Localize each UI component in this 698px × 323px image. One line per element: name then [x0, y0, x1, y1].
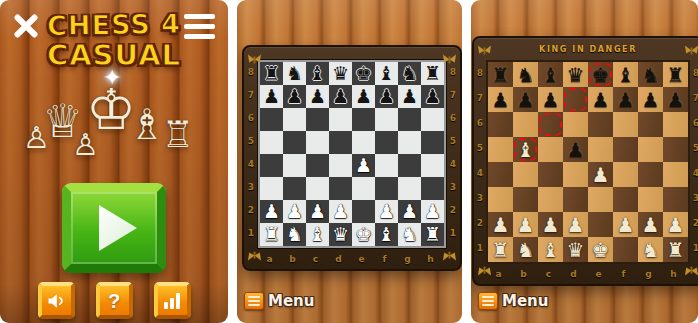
question-mark-icon: ?: [108, 291, 120, 311]
board-grid: ♜♞♝♛♚♝♞♜♟♟♟♟♟♟♟♟♟♟♟♟♟♟♟♟♜♞♝♛♚♝♞♜: [258, 60, 446, 248]
square-b7[interactable]: ♟: [513, 87, 538, 112]
square-b7[interactable]: ♟: [283, 85, 306, 108]
square-g2[interactable]: ♟: [398, 200, 421, 223]
square-f6[interactable]: [375, 108, 398, 131]
decor-white-bishop-icon: ♗: [128, 104, 166, 146]
rank-label-7: 7: [690, 85, 698, 110]
square-a8[interactable]: ♜: [488, 62, 513, 87]
gold-ornament-icon: [477, 41, 492, 52]
square-f8[interactable]: ♝: [375, 62, 398, 85]
square-d6[interactable]: [329, 108, 352, 131]
square-f5[interactable]: [613, 137, 638, 162]
game-title-line1: CHESS 4: [0, 7, 228, 42]
rank-label-5: 5: [690, 135, 698, 160]
file-label-g: g: [636, 264, 661, 284]
gold-ornament-icon: [442, 254, 457, 265]
square-b1[interactable]: ♞: [283, 223, 306, 246]
square-b5[interactable]: [283, 131, 306, 154]
piece-white-rook-h1: ♜: [424, 225, 441, 244]
square-b2[interactable]: ♟: [513, 212, 538, 237]
rank-labels-right: 87654321: [690, 60, 698, 260]
square-f4[interactable]: [613, 162, 638, 187]
square-c8[interactable]: ♝: [306, 62, 329, 85]
piece-black-pawn-d5: ♟: [567, 140, 585, 160]
piece-white-pawn-a2: ♟: [492, 215, 510, 235]
square-g8[interactable]: ♞: [398, 62, 421, 85]
home-bottom-buttons: ?: [0, 282, 228, 319]
square-a8[interactable]: ♜: [260, 62, 283, 85]
piece-white-rook-a1: ♜: [263, 225, 280, 244]
piece-black-queen-d8: ♛: [567, 65, 585, 85]
square-e6[interactable]: [588, 112, 613, 137]
decor-white-pawn-icon: ♙: [72, 130, 99, 160]
rank-label-6: 6: [474, 110, 486, 135]
square-h5[interactable]: [421, 131, 444, 154]
square-h2[interactable]: ♟: [421, 200, 444, 223]
square-c6[interactable]: [538, 112, 563, 137]
piece-black-pawn-f7: ♟: [617, 90, 635, 110]
square-b6[interactable]: [513, 112, 538, 137]
rank-label-7: 7: [446, 83, 460, 106]
square-b1[interactable]: ♞: [513, 237, 538, 262]
rank-label-3: 3: [690, 185, 698, 210]
square-g8[interactable]: ♞: [638, 62, 663, 87]
piece-white-knight-g1: ♞: [401, 225, 418, 244]
square-e8[interactable]: ♚: [588, 62, 613, 87]
square-d1[interactable]: ♛: [563, 237, 588, 262]
square-d4[interactable]: [329, 154, 352, 177]
square-b6[interactable]: [283, 108, 306, 131]
rank-label-1: 1: [690, 235, 698, 260]
rank-label-7: 7: [244, 83, 258, 106]
square-e4[interactable]: ♟: [588, 162, 613, 187]
piece-white-pawn-b2: ♟: [517, 215, 535, 235]
square-d5[interactable]: [329, 131, 352, 154]
piece-white-rook-h1: ♜: [667, 240, 685, 260]
square-h7[interactable]: ♟: [421, 85, 444, 108]
square-g7[interactable]: ♟: [398, 85, 421, 108]
play-button[interactable]: [62, 183, 166, 273]
square-c5[interactable]: [538, 137, 563, 162]
piece-white-pawn-h2: ♟: [424, 202, 441, 221]
square-e6[interactable]: [352, 108, 375, 131]
square-h1[interactable]: ♜: [421, 223, 444, 246]
square-d7[interactable]: [563, 87, 588, 112]
square-g5[interactable]: [638, 137, 663, 162]
rank-label-4: 4: [474, 160, 486, 185]
square-c3[interactable]: [306, 177, 329, 200]
square-h4[interactable]: [663, 162, 688, 187]
menu-button-label: Menu: [502, 292, 548, 310]
file-labels: abcdefgh: [258, 248, 442, 269]
piece-black-pawn-g7: ♟: [401, 87, 418, 106]
piece-black-pawn-e7: ♟: [355, 87, 372, 106]
square-c7[interactable]: ♟: [538, 87, 563, 112]
piece-black-rook-h8: ♜: [667, 65, 685, 85]
piece-white-king-e1: ♚: [355, 225, 372, 244]
file-label-f: f: [373, 248, 396, 269]
square-c8[interactable]: ♝: [538, 62, 563, 87]
piece-white-bishop-c1: ♝: [309, 225, 326, 244]
piece-white-pawn-c2: ♟: [309, 202, 326, 221]
gold-ornament-icon: [477, 269, 492, 280]
square-a7[interactable]: ♟: [488, 87, 513, 112]
square-d6[interactable]: [563, 112, 588, 137]
square-e1[interactable]: ♚: [352, 223, 375, 246]
square-g2[interactable]: ♟: [638, 212, 663, 237]
square-f1[interactable]: [613, 237, 638, 262]
piece-white-knight-g1: ♞: [642, 240, 660, 260]
square-g4[interactable]: [398, 154, 421, 177]
chess-board-wood: KING IN DANGER ♜♞♝♛♚♝♞♜♟♟♟♟♟♟♟♝♟♟♟♟♟♟♟♟♟…: [472, 36, 698, 286]
square-h5[interactable]: [663, 137, 688, 162]
rank-label-6: 6: [446, 106, 460, 129]
board-grid: ♜♞♝♛♚♝♞♜♟♟♟♟♟♟♟♝♟♟♟♟♟♟♟♟♟♜♞♝♛♚♞♜: [486, 60, 690, 264]
piece-black-bishop-c8: ♝: [309, 64, 326, 83]
square-f2[interactable]: ♟: [375, 200, 398, 223]
square-a1[interactable]: ♜: [260, 223, 283, 246]
square-d2[interactable]: ♟: [329, 200, 352, 223]
gold-ornament-icon: [684, 41, 698, 52]
square-d2[interactable]: ♟: [563, 212, 588, 237]
square-b4[interactable]: [513, 162, 538, 187]
square-d8[interactable]: ♛: [329, 62, 352, 85]
square-h3[interactable]: [421, 177, 444, 200]
square-g6[interactable]: [638, 112, 663, 137]
square-a3[interactable]: [260, 177, 283, 200]
square-h2[interactable]: ♟: [663, 212, 688, 237]
square-a7[interactable]: ♟: [260, 85, 283, 108]
file-labels: abcdefgh: [486, 264, 686, 284]
piece-black-pawn-h7: ♟: [667, 90, 685, 110]
square-b4[interactable]: [283, 154, 306, 177]
square-f2[interactable]: ♟: [613, 212, 638, 237]
square-g1[interactable]: ♞: [398, 223, 421, 246]
rank-labels-left: 87654321: [244, 60, 258, 244]
square-c1[interactable]: ♝: [538, 237, 563, 262]
square-c1[interactable]: ♝: [306, 223, 329, 246]
game-screen-classic-panel: ♜♞♝♛♚♝♞♜♟♟♟♟♟♟♟♟♟♟♟♟♟♟♟♟♜♞♝♛♚♝♞♜ 8765432…: [237, 0, 462, 323]
square-b5[interactable]: ♝: [513, 137, 538, 162]
piece-black-pawn-b7: ♟: [517, 90, 535, 110]
gold-ornament-icon: [684, 269, 698, 280]
square-f3[interactable]: [613, 187, 638, 212]
piece-black-knight-b8: ♞: [286, 64, 303, 83]
piece-white-pawn-f2: ♟: [617, 215, 635, 235]
square-c7[interactable]: ♟: [306, 85, 329, 108]
rank-label-5: 5: [446, 129, 460, 152]
rank-label-2: 2: [244, 198, 258, 221]
file-label-g: g: [396, 248, 419, 269]
rank-label-4: 4: [446, 152, 460, 175]
rank-labels-left: 87654321: [474, 60, 486, 260]
square-b3[interactable]: [513, 187, 538, 212]
square-e7[interactable]: ♟: [588, 87, 613, 112]
square-a4[interactable]: [260, 154, 283, 177]
square-e2[interactable]: [352, 200, 375, 223]
square-c4[interactable]: [538, 162, 563, 187]
square-e4[interactable]: ♟: [352, 154, 375, 177]
piece-black-king-e8: ♚: [592, 65, 610, 85]
piece-black-bishop-f8: ♝: [617, 65, 635, 85]
square-f5[interactable]: [375, 131, 398, 154]
square-g3[interactable]: [638, 187, 663, 212]
rank-label-3: 3: [244, 175, 258, 198]
piece-black-pawn-a7: ♟: [492, 90, 510, 110]
square-d5[interactable]: ♟: [563, 137, 588, 162]
piece-black-pawn-h7: ♟: [424, 87, 441, 106]
piece-white-bishop-f1: ♝: [378, 225, 395, 244]
gold-ornament-icon: [247, 50, 262, 61]
piece-black-knight-g8: ♞: [401, 64, 418, 83]
square-b8[interactable]: ♞: [513, 62, 538, 87]
play-icon: [99, 205, 137, 251]
piece-black-knight-b8: ♞: [517, 65, 535, 85]
piece-black-bishop-c8: ♝: [542, 65, 560, 85]
square-a3[interactable]: [488, 187, 513, 212]
square-f4[interactable]: [375, 154, 398, 177]
menu-hamburger-icon: [244, 292, 264, 310]
square-h8[interactable]: ♜: [663, 62, 688, 87]
square-h1[interactable]: ♜: [663, 237, 688, 262]
square-f7[interactable]: ♟: [375, 85, 398, 108]
piece-black-pawn-c7: ♟: [542, 90, 560, 110]
rank-label-1: 1: [446, 221, 460, 244]
rank-label-2: 2: [690, 210, 698, 235]
piece-white-pawn-e4: ♟: [355, 156, 372, 175]
square-c4[interactable]: [306, 154, 329, 177]
piece-black-queen-d8: ♛: [332, 64, 349, 83]
rank-label-7: 7: [474, 85, 486, 110]
piece-white-knight-b1: ♞: [517, 240, 535, 260]
file-label-h: h: [661, 264, 686, 284]
rank-label-8: 8: [690, 60, 698, 85]
square-f8[interactable]: ♝: [613, 62, 638, 87]
rank-label-3: 3: [446, 175, 460, 198]
rank-label-3: 3: [474, 185, 486, 210]
rank-label-6: 6: [690, 110, 698, 135]
square-d4[interactable]: [563, 162, 588, 187]
square-a1[interactable]: ♜: [488, 237, 513, 262]
file-label-c: c: [304, 248, 327, 269]
square-h4[interactable]: [421, 154, 444, 177]
square-a2[interactable]: ♟: [260, 200, 283, 223]
piece-black-pawn-a7: ♟: [263, 87, 280, 106]
app-screenshots-strip: CHESS 4 CASUAL ✦ ♙ ♕ ♔ ♗ ♖ ♙ ?: [0, 0, 698, 323]
menu-button[interactable]: Menu: [244, 292, 314, 310]
rank-label-2: 2: [446, 198, 460, 221]
piece-white-knight-b1: ♞: [286, 225, 303, 244]
piece-black-knight-g8: ♞: [642, 65, 660, 85]
square-c2[interactable]: ♟: [306, 200, 329, 223]
square-d3[interactable]: [563, 187, 588, 212]
square-e8[interactable]: ♚: [352, 62, 375, 85]
piece-black-bishop-f8: ♝: [378, 64, 395, 83]
square-c5[interactable]: [306, 131, 329, 154]
menu-button-label: Menu: [268, 292, 314, 310]
piece-white-pawn-g2: ♟: [642, 215, 660, 235]
stats-button[interactable]: [154, 282, 191, 319]
gold-ornament-icon: [442, 50, 457, 61]
square-d8[interactable]: ♛: [563, 62, 588, 87]
piece-white-bishop-c1: ♝: [542, 240, 560, 260]
king-in-danger-banner: KING IN DANGER: [474, 38, 698, 60]
square-h3[interactable]: [663, 187, 688, 212]
rank-label-5: 5: [474, 135, 486, 160]
rank-label-8: 8: [474, 60, 486, 85]
square-h6[interactable]: [421, 108, 444, 131]
piece-white-pawn-e4: ♟: [592, 165, 610, 185]
rank-label-6: 6: [244, 106, 258, 129]
square-e1[interactable]: ♚: [588, 237, 613, 262]
file-label-b: b: [281, 248, 304, 269]
menu-button[interactable]: Menu: [478, 292, 548, 310]
square-g3[interactable]: [398, 177, 421, 200]
square-f7[interactable]: ♟: [613, 87, 638, 112]
chess-board-classic: ♜♞♝♛♚♝♞♜♟♟♟♟♟♟♟♟♟♟♟♟♟♟♟♟♜♞♝♛♚♝♞♜ 8765432…: [242, 45, 462, 271]
piece-white-queen-d1: ♛: [567, 240, 585, 260]
square-f6[interactable]: [613, 112, 638, 137]
piece-black-rook-a8: ♜: [492, 65, 510, 85]
square-a5[interactable]: [260, 131, 283, 154]
square-e3[interactable]: [352, 177, 375, 200]
rank-label-1: 1: [244, 221, 258, 244]
piece-white-bishop-b5: ♝: [517, 140, 535, 160]
gold-ornament-icon: [247, 254, 262, 265]
file-label-e: e: [586, 264, 611, 284]
square-a4[interactable]: [488, 162, 513, 187]
square-a5[interactable]: [488, 137, 513, 162]
square-h6[interactable]: [663, 112, 688, 137]
square-g5[interactable]: [398, 131, 421, 154]
square-e2[interactable]: [588, 212, 613, 237]
bar-chart-icon: [164, 293, 180, 309]
square-b8[interactable]: ♞: [283, 62, 306, 85]
piece-white-king-e1: ♚: [592, 240, 610, 260]
square-a6[interactable]: [488, 112, 513, 137]
file-label-d: d: [561, 264, 586, 284]
help-button[interactable]: ?: [96, 282, 133, 319]
square-g4[interactable]: [638, 162, 663, 187]
piece-black-pawn-d7: ♟: [332, 87, 349, 106]
file-label-c: c: [536, 264, 561, 284]
square-f3[interactable]: [375, 177, 398, 200]
piece-black-king-e8: ♚: [355, 64, 372, 83]
rank-labels-right: 87654321: [446, 60, 460, 244]
piece-black-pawn-g7: ♟: [642, 90, 660, 110]
square-b2[interactable]: ♟: [283, 200, 306, 223]
piece-white-pawn-b2: ♟: [286, 202, 303, 221]
square-g1[interactable]: ♞: [638, 237, 663, 262]
square-e7[interactable]: ♟: [352, 85, 375, 108]
file-label-e: e: [350, 248, 373, 269]
file-label-f: f: [611, 264, 636, 284]
square-a2[interactable]: ♟: [488, 212, 513, 237]
piece-black-pawn-e7: ♟: [592, 90, 610, 110]
piece-black-rook-a8: ♜: [263, 64, 280, 83]
piece-white-pawn-g2: ♟: [401, 202, 418, 221]
square-h7[interactable]: ♟: [663, 87, 688, 112]
piece-black-pawn-b7: ♟: [286, 87, 303, 106]
speaker-icon: [46, 291, 66, 311]
square-b3[interactable]: [283, 177, 306, 200]
rank-label-1: 1: [474, 235, 486, 260]
square-d3[interactable]: [329, 177, 352, 200]
file-label-h: h: [419, 248, 442, 269]
sound-button[interactable]: [38, 282, 75, 319]
decor-white-rook-icon: ♖: [162, 117, 194, 153]
square-g7[interactable]: ♟: [638, 87, 663, 112]
square-f1[interactable]: ♝: [375, 223, 398, 246]
rank-label-5: 5: [244, 129, 258, 152]
square-g6[interactable]: [398, 108, 421, 131]
piece-white-pawn-a2: ♟: [263, 202, 280, 221]
square-c3[interactable]: [538, 187, 563, 212]
home-screen-panel: CHESS 4 CASUAL ✦ ♙ ♕ ♔ ♗ ♖ ♙ ?: [0, 0, 228, 323]
file-label-b: b: [511, 264, 536, 284]
chess-pieces-artwork: ✦ ♙ ♕ ♔ ♗ ♖ ♙: [0, 70, 228, 172]
piece-white-queen-d1: ♛: [332, 225, 349, 244]
square-c2[interactable]: ♟: [538, 212, 563, 237]
piece-white-rook-a1: ♜: [492, 240, 510, 260]
piece-white-pawn-c2: ♟: [542, 215, 560, 235]
file-label-d: d: [327, 248, 350, 269]
menu-hamburger-icon: [478, 292, 498, 310]
piece-black-rook-h8: ♜: [424, 64, 441, 83]
square-d1[interactable]: ♛: [329, 223, 352, 246]
game-screen-wood-panel: KING IN DANGER ♜♞♝♛♚♝♞♜♟♟♟♟♟♟♟♝♟♟♟♟♟♟♟♟♟…: [471, 0, 698, 323]
piece-white-pawn-d2: ♟: [567, 215, 585, 235]
rank-label-2: 2: [474, 210, 486, 235]
piece-black-pawn-c7: ♟: [309, 87, 326, 106]
square-e3[interactable]: [588, 187, 613, 212]
piece-white-pawn-f2: ♟: [378, 202, 395, 221]
square-h8[interactable]: ♜: [421, 62, 444, 85]
square-e5[interactable]: [588, 137, 613, 162]
piece-white-pawn-d2: ♟: [332, 202, 349, 221]
square-c6[interactable]: [306, 108, 329, 131]
rank-label-4: 4: [244, 152, 258, 175]
square-e5[interactable]: [352, 131, 375, 154]
square-a6[interactable]: [260, 108, 283, 131]
piece-white-pawn-h2: ♟: [667, 215, 685, 235]
piece-black-pawn-f7: ♟: [378, 87, 395, 106]
rank-label-4: 4: [690, 160, 698, 185]
square-d7[interactable]: ♟: [329, 85, 352, 108]
